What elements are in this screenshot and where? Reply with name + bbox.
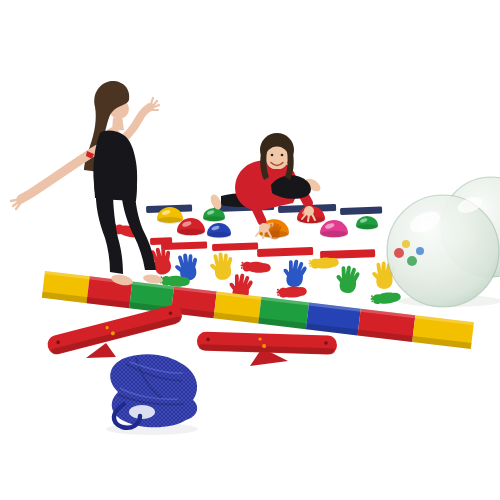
product-photo <box>0 0 500 500</box>
red-strip-2 <box>212 242 258 251</box>
storage-bag <box>106 354 198 435</box>
girl-left-left-arm <box>21 149 98 199</box>
hand-print-shape-5 <box>281 258 307 288</box>
foot-print-shape-12 <box>370 291 401 305</box>
bag-mesh-texture <box>110 354 197 427</box>
girl-right-eye-right <box>281 154 284 157</box>
red-strip-3 <box>257 247 313 257</box>
dome-base-shade-1 <box>177 229 204 236</box>
dome-base-shade-0 <box>157 217 182 224</box>
girl-right-eye-left <box>271 154 274 157</box>
#2aa43c-foot-print <box>370 291 401 305</box>
navy-strip-3 <box>340 207 382 215</box>
hand-print-shape-7 <box>335 265 360 295</box>
hand-print-shape-3 <box>209 251 234 281</box>
girl-left-left-fingers <box>11 199 22 209</box>
scene-canvas <box>0 0 500 500</box>
sensory-ball-front <box>387 195 499 307</box>
#2b57c4-hand-print <box>281 258 307 288</box>
#d6262c-foot-print <box>240 261 271 274</box>
girl-left-right-fingers <box>150 98 159 110</box>
balance-board-1 <box>197 332 338 355</box>
inner-ball-1 <box>402 240 410 248</box>
dome-base-shade-2 <box>203 216 225 222</box>
child-balancing <box>11 81 164 287</box>
foot-print-shape-4 <box>240 261 271 274</box>
balance-board-0 <box>46 303 184 356</box>
#f0c420-foot-print <box>308 257 339 270</box>
dome-base-shade-5 <box>297 217 324 224</box>
#2aa43c-hand-print <box>335 265 360 295</box>
inner-ball-2 <box>407 256 417 266</box>
dome-base-shade-3 <box>207 232 231 238</box>
foot-print-shape-6 <box>308 257 339 270</box>
dome-base-shade-6 <box>320 231 347 238</box>
dome-base-shade-7 <box>356 224 378 230</box>
inner-ball-3 <box>416 247 424 255</box>
#f0c420-hand-print <box>209 251 234 281</box>
foot-print-shape-11 <box>276 286 307 299</box>
inner-ball-0 <box>394 248 404 258</box>
sensory-balls <box>387 177 500 307</box>
red-strip-4 <box>320 249 375 259</box>
#d6262c-foot-print <box>276 286 307 299</box>
